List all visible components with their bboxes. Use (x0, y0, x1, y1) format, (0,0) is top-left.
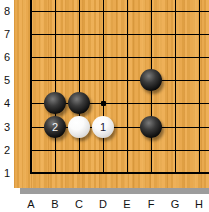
grid-line-vertical-C (79, 0, 80, 174)
star-point-d4 (101, 101, 106, 106)
move-number-label: 2 (52, 122, 58, 133)
row-label-2: 2 (0, 144, 14, 156)
row-label-4: 4 (0, 97, 14, 109)
grid-line-horizontal-6 (30, 57, 209, 58)
black-stone-f3[interactable] (140, 116, 162, 138)
black-stone-b4[interactable] (44, 92, 66, 114)
column-label-C: C (72, 198, 86, 210)
go-board[interactable]: 21 (14, 0, 209, 188)
column-label-F: F (144, 198, 158, 210)
column-label-D: D (96, 198, 110, 210)
black-stone-f5[interactable] (140, 69, 162, 91)
move-number-label: 1 (100, 122, 106, 133)
white-stone-d3[interactable]: 1 (92, 116, 114, 138)
grid-line-vertical-B (55, 0, 56, 174)
column-label-A: A (24, 198, 38, 210)
row-label-3: 3 (0, 121, 14, 133)
grid-line-vertical-D (103, 0, 104, 174)
grid-line-vertical-G (175, 0, 176, 174)
grid-line-horizontal-7 (30, 34, 209, 35)
column-label-G: G (168, 198, 182, 210)
grid-line-vertical-A (30, 0, 32, 174)
column-label-H: H (192, 198, 206, 210)
row-label-7: 7 (0, 28, 14, 40)
grid-line-vertical-H (199, 0, 200, 174)
white-stone-c3[interactable] (68, 116, 90, 138)
black-stone-b3[interactable]: 2 (44, 116, 66, 138)
row-label-6: 6 (0, 51, 14, 63)
column-label-B: B (48, 198, 62, 210)
grid-line-vertical-E (127, 0, 128, 174)
column-label-E: E (120, 198, 134, 210)
grid-line-horizontal-1 (30, 172, 209, 174)
go-diagram: 21 12345678 ABCDEFGH (0, 0, 209, 212)
row-label-1: 1 (0, 167, 14, 179)
grid-line-horizontal-8 (30, 11, 209, 12)
row-label-5: 5 (0, 74, 14, 86)
grid-line-horizontal-5 (30, 80, 209, 81)
row-label-8: 8 (0, 5, 14, 17)
board-shadow (20, 188, 209, 194)
black-stone-c4[interactable] (68, 92, 90, 114)
grid-line-horizontal-2 (30, 150, 209, 151)
